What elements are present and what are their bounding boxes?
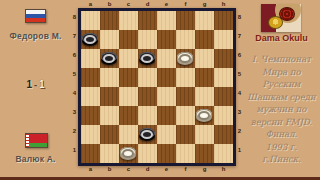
square-g4[interactable] [195,87,214,106]
piece-black-man[interactable] [101,52,117,65]
square-h5[interactable] [214,68,233,87]
square-f1[interactable] [176,144,195,163]
logo-title: Dama Okulu [243,33,320,43]
square-f2[interactable] [176,125,195,144]
rank-label: 4 [71,84,78,103]
file-label: a [81,1,100,8]
square-b5[interactable] [100,68,119,87]
square-b3[interactable] [100,106,119,125]
event-text-line: мужчин по [243,103,320,116]
rank-label: 8 [71,8,78,27]
player-name-bottom: Валюк А. [0,154,71,164]
square-d4[interactable] [138,87,157,106]
square-d8[interactable] [138,11,157,30]
file-label: c [119,1,138,8]
square-h8[interactable] [214,11,233,30]
square-e4[interactable] [157,87,176,106]
file-label: g [195,1,214,8]
square-c2[interactable] [119,125,138,144]
info-panel: Dama Okulu I. ЧемпионатМира поРусскимШаш… [243,0,320,180]
ranks-left: 87654321 [71,8,78,166]
square-f5[interactable] [176,68,195,87]
dama-okulu-logo-icon [261,4,301,32]
board-grid [81,11,233,163]
file-label: h [214,166,233,173]
event-text-line: Мира по [243,66,320,79]
square-g6[interactable] [195,49,214,68]
square-c4[interactable] [119,87,138,106]
square-h4[interactable] [214,87,233,106]
event-text-line: Шашкам среди [243,91,320,104]
piece-white-man[interactable] [177,52,193,65]
square-b7[interactable] [100,30,119,49]
event-text-line: Финал. [243,128,320,141]
rank-label: 7 [236,27,243,46]
rank-label: 7 [71,27,78,46]
piece-black-man[interactable] [82,33,98,46]
square-a7[interactable] [81,30,100,49]
file-label: d [138,166,157,173]
square-b2[interactable] [100,125,119,144]
bottom-bar [0,177,320,180]
piece-black-man[interactable] [139,128,155,141]
square-f3[interactable] [176,106,195,125]
rank-label: 6 [236,46,243,65]
square-e3[interactable] [157,106,176,125]
square-b4[interactable] [100,87,119,106]
russia-flag-icon [25,9,46,23]
square-d1[interactable] [138,144,157,163]
square-b1[interactable] [100,144,119,163]
event-text-line: Русским [243,78,320,91]
ranks-right: 87654321 [236,8,243,166]
game-window: Федоров М. 1-1 Валюк А. abcdefgh 8765432… [0,0,320,180]
piece-black-man[interactable] [139,52,155,65]
file-label: f [176,1,195,8]
rank-label: 2 [71,122,78,141]
event-text-line: г.Пинск. [243,153,320,166]
file-label: g [195,166,214,173]
file-label: e [157,166,176,173]
square-a4[interactable] [81,87,100,106]
piece-white-man[interactable] [120,147,136,160]
square-e5[interactable] [157,68,176,87]
files-top: abcdefgh [81,1,243,8]
rank-label: 6 [71,46,78,65]
square-a8[interactable] [81,11,100,30]
rank-label: 1 [236,141,243,160]
square-g3[interactable] [195,106,214,125]
square-c6[interactable] [119,49,138,68]
file-label: b [100,166,119,173]
file-label: a [81,166,100,173]
square-d5[interactable] [138,68,157,87]
square-g2[interactable] [195,125,214,144]
event-text-line: I. Чемпионат [243,53,320,66]
square-a5[interactable] [81,68,100,87]
square-g1[interactable] [195,144,214,163]
square-c1[interactable] [119,144,138,163]
event-text-line: версии FMJD. [243,116,320,129]
square-a2[interactable] [81,125,100,144]
square-h1[interactable] [214,144,233,163]
square-c7[interactable] [119,30,138,49]
rank-label: 1 [71,141,78,160]
square-d7[interactable] [138,30,157,49]
square-f6[interactable] [176,49,195,68]
square-a6[interactable] [81,49,100,68]
square-b8[interactable] [100,11,119,30]
square-h3[interactable] [214,106,233,125]
file-label: d [138,1,157,8]
square-f8[interactable] [176,11,195,30]
rank-label: 3 [236,103,243,122]
score-white: 1 [39,79,45,90]
square-e2[interactable] [157,125,176,144]
file-label: h [214,1,233,8]
square-h6[interactable] [214,49,233,68]
file-label: f [176,166,195,173]
board: abcdefgh 87654321 87654321 abcdefgh [71,1,243,173]
square-d6[interactable] [138,49,157,68]
belarus-flag-icon [25,133,48,148]
rank-label: 3 [71,103,78,122]
rank-label: 5 [71,65,78,84]
square-a1[interactable] [81,144,100,163]
board-frame [78,8,236,166]
square-f7[interactable] [176,30,195,49]
file-label: b [100,1,119,8]
square-e6[interactable] [157,49,176,68]
match-score: 1-1 [0,79,71,90]
square-g8[interactable] [195,11,214,30]
event-text: I. ЧемпионатМира поРусскимШашкам средиму… [243,53,320,166]
square-f4[interactable] [176,87,195,106]
red-checker-icon [279,7,295,21]
square-e7[interactable] [157,30,176,49]
square-h2[interactable] [214,125,233,144]
rank-label: 8 [236,8,243,27]
square-a3[interactable] [81,106,100,125]
file-label: c [119,166,138,173]
square-d2[interactable] [138,125,157,144]
player-name-top: Федоров М. [0,31,71,41]
square-b6[interactable] [100,49,119,68]
square-d3[interactable] [138,106,157,125]
square-g7[interactable] [195,30,214,49]
square-e8[interactable] [157,11,176,30]
rank-label: 2 [236,122,243,141]
square-c3[interactable] [119,106,138,125]
players-panel: Федоров М. 1-1 Валюк А. [0,0,71,180]
square-c5[interactable] [119,68,138,87]
piece-white-man[interactable] [196,109,212,122]
square-g5[interactable] [195,68,214,87]
file-label: e [157,1,176,8]
event-text-line: 1993 г. [243,141,320,154]
rank-label: 5 [236,65,243,84]
square-h7[interactable] [214,30,233,49]
files-bottom: abcdefgh [81,166,243,173]
square-e1[interactable] [157,144,176,163]
square-c8[interactable] [119,11,138,30]
score-separator: - [32,80,39,90]
rank-label: 4 [236,84,243,103]
